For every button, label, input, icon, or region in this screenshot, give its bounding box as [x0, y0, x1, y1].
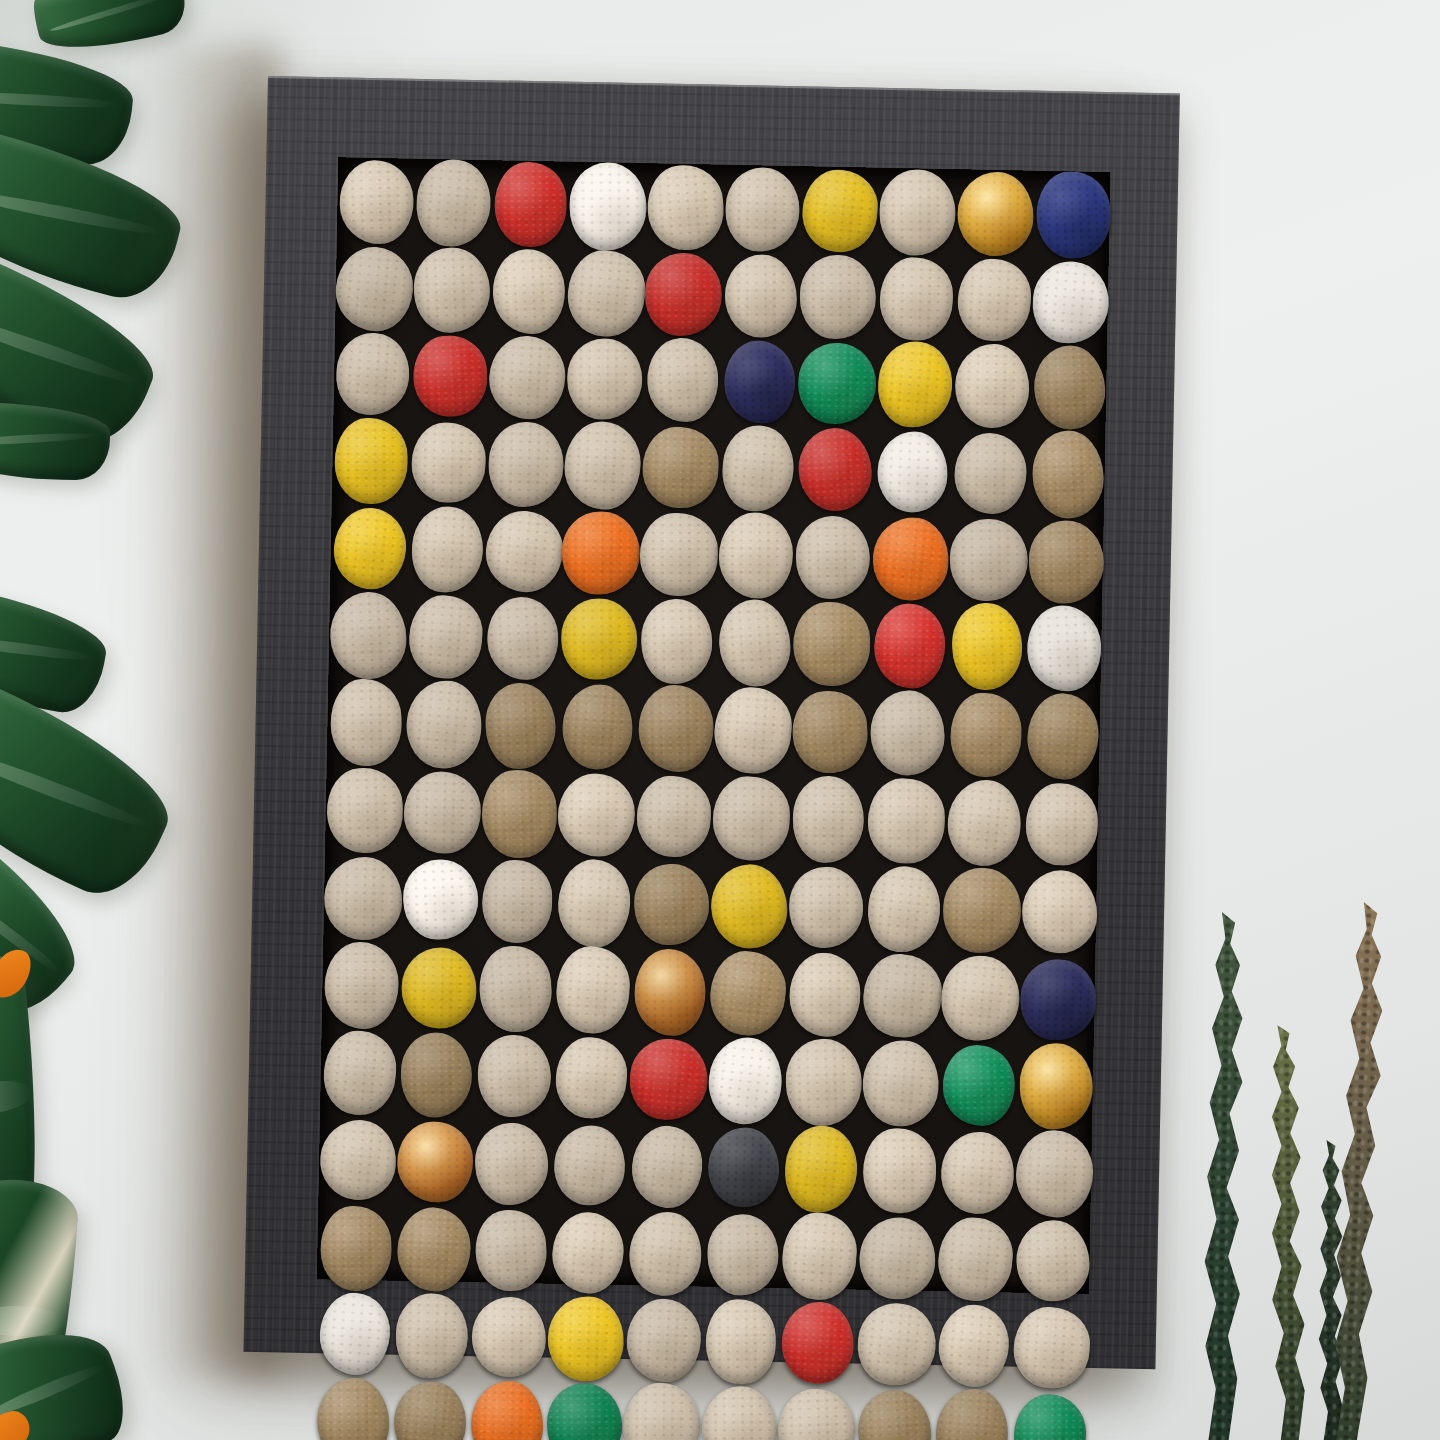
- grid-cell: [325, 766, 404, 855]
- grid-cell: [1034, 171, 1112, 260]
- grid-cell: [408, 506, 487, 594]
- disc-r7c7-dark: [790, 688, 870, 775]
- disc-r7c5-dark: [637, 685, 713, 773]
- disc-r7c10-dark: [1025, 691, 1101, 782]
- grid-cell: [636, 684, 715, 773]
- disc-r3c1-light: [334, 331, 413, 419]
- grid-cell: [411, 332, 490, 419]
- disc-r5c4-orange: [562, 511, 640, 595]
- disc-r8c4-light: [557, 773, 635, 858]
- disc-r14c6-light: [705, 1299, 776, 1385]
- grid-cell: [855, 1386, 935, 1440]
- grid-cell: [330, 504, 409, 592]
- grid-cell: [328, 591, 407, 680]
- grid-cell: [629, 1035, 708, 1124]
- disc-r1c8-light: [880, 169, 957, 255]
- grid-cell: [317, 1203, 396, 1292]
- grid-cell: [712, 773, 791, 862]
- disc-r3c8-yellow: [874, 339, 955, 431]
- grid-cell: [948, 603, 1028, 692]
- grid-cell: [333, 331, 412, 418]
- disc-r14c3-light: [471, 1296, 546, 1378]
- disc-r13c7-light: [780, 1211, 860, 1303]
- disc-r7c9-dark: [950, 692, 1022, 777]
- grid-cell: [1022, 779, 1100, 868]
- grid-cell: [777, 1385, 856, 1440]
- disc-r13c9-light: [935, 1215, 1015, 1304]
- grid-cell: [953, 343, 1033, 430]
- disc-r8c9-light: [944, 777, 1025, 869]
- grid-cell: [470, 1294, 548, 1381]
- grid-cell: [797, 340, 876, 427]
- grid-cell: [860, 1127, 940, 1216]
- grid-cell: [414, 159, 493, 248]
- grid-cell: [468, 1379, 546, 1440]
- grid-cell: [396, 1118, 475, 1207]
- disc-r4c4-light: [563, 420, 642, 511]
- disc-r2c1-light: [333, 243, 417, 333]
- grid-cell: [475, 1032, 553, 1121]
- disc-r8c5-light: [636, 775, 712, 858]
- grid-cell: [718, 424, 797, 513]
- disc-r2c3-light: [491, 248, 567, 336]
- grid-cell: [565, 335, 644, 422]
- disc-r6c8-red: [873, 602, 946, 688]
- grid-cell: [476, 945, 554, 1034]
- grid-cell: [401, 855, 480, 944]
- disc-r15c6-light: [702, 1386, 777, 1440]
- grid-cell: [545, 1380, 624, 1440]
- disc-r10c10-dark: [1019, 958, 1098, 1042]
- grid-cell: [700, 1383, 779, 1440]
- disc-r10c8-light: [860, 952, 945, 1041]
- grid-cell: [632, 860, 711, 949]
- disc-r13c1-dark: [320, 1205, 392, 1291]
- grid-cell: [1012, 1304, 1090, 1391]
- disc-r15c9-dark: [933, 1386, 1012, 1440]
- disc-r2c7-light: [800, 255, 876, 340]
- grid-cell: [717, 512, 796, 600]
- disc-r6c10-white: [1026, 604, 1104, 693]
- grid-cell: [627, 1122, 706, 1211]
- disc-r12c7-yellow: [782, 1123, 862, 1216]
- grid-cell: [1032, 258, 1110, 345]
- grid-cell: [560, 595, 639, 684]
- disc-r11c5-red: [627, 1036, 711, 1123]
- grid-cell: [332, 417, 411, 506]
- disc-r15c8-dark: [855, 1388, 933, 1440]
- disc-r7c6-light: [711, 685, 794, 776]
- grid-cell: [871, 515, 951, 603]
- grid-cell: [866, 776, 946, 865]
- grid-cell: [1010, 1389, 1088, 1440]
- grid-cell: [471, 1206, 549, 1295]
- grid-cell: [946, 690, 1026, 779]
- grid-cell: [792, 600, 871, 689]
- disc-r15c10-green: [1013, 1394, 1086, 1440]
- grid-cell: [404, 680, 483, 769]
- grid-cell: [622, 1382, 701, 1440]
- disc-r10c6-dark: [706, 948, 789, 1039]
- grid-cell: [558, 682, 637, 771]
- disc-r6c1-light: [328, 590, 409, 680]
- grid-cell: [486, 419, 564, 508]
- disc-r10c9-light: [938, 952, 1024, 1044]
- disc-r9c1-light: [323, 856, 402, 940]
- grid-cell: [939, 1041, 1019, 1130]
- disc-r4c8-white: [876, 430, 949, 513]
- grid-cell: [490, 248, 568, 335]
- grid-cell: [488, 334, 566, 421]
- grid-cell: [956, 169, 1036, 258]
- disc-r15c7-light: [777, 1387, 857, 1440]
- grid-cell: [481, 681, 559, 770]
- disc-r11c3-light: [476, 1034, 552, 1119]
- disc-r7c3-dark: [484, 681, 558, 770]
- grid-cell: [787, 863, 866, 952]
- disc-r9c8-light: [864, 862, 945, 955]
- disc-r12c5-light: [628, 1123, 706, 1211]
- disc-r15c3-orange: [470, 1379, 545, 1440]
- disc-r5c1-yellow: [331, 505, 409, 592]
- disc-r13c10-light: [1015, 1219, 1090, 1303]
- grid-cell: [865, 864, 945, 953]
- disc-r4c1-yellow: [335, 418, 408, 504]
- disc-r1c10-royal: [1034, 170, 1112, 260]
- disc-r3c10-dark: [1032, 344, 1107, 431]
- disc-r11c4-light: [553, 1035, 629, 1120]
- disc-r14c7-red: [780, 1300, 857, 1386]
- disc-r12c10-light: [1015, 1129, 1095, 1219]
- disc-r7c4-dark: [560, 683, 636, 772]
- grid-cell: [936, 1215, 1016, 1304]
- disc-r4c9-light: [954, 432, 1028, 515]
- disc-r3c6-dark: [722, 339, 796, 425]
- grid-cell: [391, 1377, 470, 1440]
- grid-cell: [710, 861, 789, 950]
- disc-r1c1-light: [338, 159, 415, 246]
- grid-cell: [720, 338, 799, 425]
- disc-r3c4-light: [567, 338, 642, 419]
- disc-r13c8-light: [857, 1214, 939, 1302]
- disc-r8c8-light: [867, 778, 944, 863]
- disc-r13c4-light: [549, 1209, 627, 1295]
- picture-frame: [244, 76, 1180, 1369]
- disc-r13c5-light: [626, 1209, 705, 1299]
- disc-r9c6-yellow: [709, 862, 790, 950]
- disc-r2c5-red: [645, 253, 723, 337]
- disc-r11c10-gold: [1019, 1043, 1094, 1131]
- grid-cell: [1019, 955, 1097, 1044]
- grid-cell: [702, 1298, 781, 1385]
- disc-r14c9-light: [936, 1302, 1012, 1389]
- grid-cell: [784, 1038, 863, 1127]
- disc-r6c4-yellow: [561, 598, 638, 680]
- disc-r6c5-light: [641, 598, 714, 684]
- grid-cell: [858, 1214, 938, 1303]
- disc-r5c9-light: [950, 519, 1029, 602]
- grid-cell: [713, 685, 792, 774]
- grid-cell: [406, 592, 485, 681]
- grid-cell: [394, 1205, 473, 1294]
- disc-r11c6-white: [705, 1033, 787, 1127]
- disc-r7c2-light: [403, 677, 485, 771]
- grid-cell: [794, 513, 873, 601]
- dried-twig: [1258, 1025, 1315, 1440]
- disc-r5c7-light: [795, 515, 871, 599]
- disc-r14c8-light: [853, 1300, 938, 1389]
- disc-r9c3-light: [482, 860, 553, 943]
- disc-r5c6-light: [719, 512, 794, 598]
- grid-cell: [943, 866, 1023, 955]
- grid-cell: [318, 1116, 397, 1205]
- disc-r9c10-light: [1022, 870, 1098, 954]
- grid-cell: [642, 337, 721, 424]
- disc-r2c9-light: [955, 258, 1032, 344]
- grid-cell: [398, 1030, 477, 1119]
- grid-cell: [941, 953, 1021, 1042]
- disc-r12c1-light: [317, 1117, 400, 1204]
- disc-r8c1-light: [325, 767, 403, 855]
- grid-cell: [320, 1029, 399, 1118]
- grid-cell: [483, 594, 561, 683]
- disc-r4c2-light: [410, 421, 487, 503]
- disc-r9c9-dark: [942, 866, 1022, 954]
- grid-cell: [723, 165, 802, 254]
- disc-r13c6-light: [706, 1214, 779, 1297]
- disc-r7c8-light: [870, 690, 946, 777]
- grid-cell: [705, 1124, 784, 1213]
- grid-cell: [954, 257, 1034, 344]
- grid-cell: [873, 427, 953, 516]
- disc-r1c2-light: [413, 157, 494, 250]
- grid-cell: [878, 168, 958, 257]
- grid-cell: [1014, 1217, 1092, 1306]
- grid-cell: [1015, 1129, 1093, 1218]
- grid-cell: [313, 1376, 392, 1440]
- grid-cell: [546, 1295, 625, 1382]
- disc-r12c3-light: [474, 1121, 550, 1206]
- disc-r3c3-light: [487, 334, 568, 421]
- disc-r11c1-light: [320, 1029, 398, 1118]
- grid-cell: [944, 778, 1024, 867]
- grid-cell: [480, 769, 558, 858]
- disc-r10c3-light: [477, 944, 554, 1034]
- grid-cell: [551, 1033, 630, 1122]
- disc-r14c2-light: [395, 1292, 470, 1379]
- disc-r9c2-white: [401, 858, 479, 941]
- disc-r12c8-light: [862, 1128, 936, 1213]
- grid-cell: [315, 1291, 394, 1378]
- disc-r1c7-yellow: [799, 166, 882, 255]
- disc-r3c7-green: [797, 341, 877, 425]
- grid-cell: [795, 425, 874, 514]
- grid-cell: [863, 952, 943, 1041]
- disc-r8c7-light: [792, 776, 864, 863]
- disc-r14c4-yellow: [547, 1295, 626, 1382]
- disc-r13c2-dark: [395, 1206, 472, 1293]
- grid-cell: [934, 1303, 1014, 1390]
- grid-cell: [555, 858, 634, 947]
- disc-r1c4-white: [569, 162, 646, 250]
- grid-cell: [644, 251, 723, 338]
- disc-r9c4-light: [556, 857, 633, 949]
- disc-r6c3-light: [485, 595, 560, 682]
- grid-cell: [861, 1039, 941, 1128]
- disc-r5c5-light: [640, 513, 718, 596]
- disc-r10c5-copper: [634, 948, 707, 1036]
- disc-r2c4-light: [564, 247, 648, 339]
- grid-cell: [646, 163, 725, 252]
- disc-r12c2-copper: [397, 1121, 474, 1204]
- grid-cell: [782, 1125, 861, 1214]
- grid-cell: [790, 687, 869, 776]
- grid-cell: [938, 1128, 1018, 1217]
- disc-r6c6-light: [716, 597, 793, 688]
- grid-cell: [1027, 518, 1105, 606]
- grid-cell: [800, 166, 879, 255]
- grid-cell: [553, 946, 632, 1035]
- grid-cell: [624, 1297, 703, 1384]
- grid-cell: [933, 1388, 1013, 1440]
- dried-twig: [1191, 912, 1256, 1440]
- grid-cell: [413, 246, 492, 333]
- disc-r5c2-light: [409, 505, 485, 595]
- disc-r10c4-light: [554, 945, 632, 1036]
- disc-r4c7-red: [796, 426, 874, 514]
- disc-r15c2-dark: [391, 1379, 470, 1440]
- grid-cell: [563, 421, 642, 510]
- disc-r4c3-light: [487, 420, 564, 507]
- grid-cell: [799, 254, 878, 341]
- grid-cell: [478, 857, 556, 946]
- grid-cell: [1024, 691, 1102, 780]
- grid-cell: [562, 509, 641, 597]
- grid-cell: [1017, 1042, 1095, 1131]
- disc-r3c5-light: [645, 337, 719, 424]
- disc-grid: [317, 157, 1110, 1294]
- grid-cell: [1025, 604, 1103, 693]
- grid-cell: [707, 1036, 786, 1125]
- grid-cell: [715, 598, 794, 687]
- disc-r10c1-light: [324, 942, 398, 1030]
- disc-r2c6-light: [725, 254, 798, 338]
- disc-r9c5-dark: [633, 863, 711, 947]
- grid-cell: [626, 1209, 705, 1298]
- disc-r15c5-light: [623, 1383, 701, 1440]
- disc-r3c2-red: [411, 333, 489, 418]
- frame-window: [317, 157, 1110, 1294]
- disc-r2c8-light: [879, 257, 954, 342]
- grid-cell: [322, 942, 401, 1031]
- grid-cell: [1020, 867, 1098, 956]
- disc-r1c5-light: [645, 163, 727, 253]
- grid-cell: [703, 1211, 782, 1300]
- grid-cell: [568, 162, 647, 251]
- grid-cell: [567, 249, 646, 336]
- disc-r6c7-dark: [792, 601, 871, 687]
- grid-cell: [557, 770, 636, 859]
- grid-cell: [409, 418, 488, 507]
- grid-cell: [870, 601, 950, 690]
- disc-r7c1-light: [330, 679, 402, 767]
- disc-r2c10-white: [1030, 258, 1113, 346]
- grid-cell: [634, 772, 713, 861]
- grid-cell: [722, 252, 801, 339]
- disc-r14c1-white: [317, 1291, 392, 1378]
- grid-cell: [780, 1212, 859, 1301]
- grid-cell: [868, 688, 948, 777]
- disc-r11c7-light: [784, 1038, 862, 1127]
- grid-cell: [951, 428, 1031, 517]
- disc-r14c5-light: [625, 1297, 703, 1383]
- grid-cell: [393, 1292, 472, 1379]
- disc-r4c10-dark: [1031, 429, 1106, 520]
- disc-r15c4-green: [546, 1382, 623, 1440]
- disc-r11c2-dark: [400, 1032, 473, 1118]
- disc-r5c10-dark: [1028, 519, 1105, 603]
- grid-cell: [875, 341, 955, 428]
- grid-cell: [550, 1121, 629, 1210]
- grid-cell: [548, 1208, 627, 1297]
- disc-r9c7-light: [789, 866, 864, 948]
- disc-r8c6-light: [712, 776, 790, 861]
- disc-r2c2-light: [412, 246, 492, 334]
- grid-cell: [779, 1300, 858, 1387]
- grid-cell: [639, 510, 718, 598]
- disc-r10c2-yellow: [400, 946, 476, 1028]
- grid-cell: [403, 768, 482, 857]
- disc-r8c10-light: [1025, 782, 1098, 865]
- disc-r1c6-light: [724, 167, 800, 253]
- disc-r4c6-light: [719, 423, 797, 515]
- grid-cell: [641, 422, 720, 511]
- grid-cell: [876, 255, 956, 342]
- grid-cell: [949, 516, 1029, 604]
- grid-cell: [631, 948, 710, 1037]
- grid-cell: [637, 597, 716, 686]
- disc-r6c2-light: [406, 593, 484, 680]
- disc-r15c1-dark: [316, 1377, 389, 1440]
- grid-cell: [485, 507, 563, 595]
- photo-scene: [0, 0, 1440, 1440]
- disc-r10c7-light: [790, 953, 861, 1037]
- disc-r1c9-gold: [957, 171, 1035, 257]
- grid-cell: [1030, 344, 1108, 431]
- disc-r12c6-charcoal: [707, 1127, 781, 1209]
- grid-cell: [708, 949, 787, 1038]
- disc-r5c3-light: [482, 508, 565, 595]
- disc-r1c3-red: [494, 162, 567, 247]
- grid-cell: [789, 775, 868, 864]
- disc-r11c8-light: [860, 1038, 943, 1130]
- disc-r11c9-green: [942, 1044, 1017, 1127]
- grid-cell: [337, 157, 416, 246]
- disc-r14c10-light: [1011, 1304, 1092, 1390]
- disc-r13c3-light: [473, 1208, 548, 1293]
- disc-r12c4-light: [550, 1121, 629, 1208]
- grid-cell: [323, 854, 402, 943]
- grid-cell: [399, 943, 478, 1032]
- disc-r5c8-orange: [869, 513, 953, 603]
- disc-r8c2-light: [402, 770, 481, 854]
- grid-cell: [335, 245, 414, 332]
- grid-cell: [1029, 430, 1107, 519]
- grid-cell: [491, 160, 569, 249]
- grid-cell: [785, 950, 864, 1039]
- disc-r6c9-yellow: [950, 602, 1024, 692]
- disc-r8c3-dark: [480, 768, 558, 858]
